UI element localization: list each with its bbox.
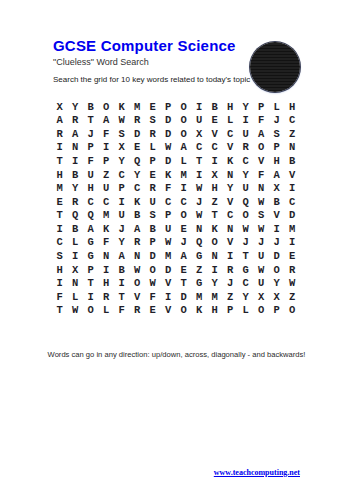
grid-cell: O [285, 304, 301, 318]
grid-cell: Y [68, 182, 84, 196]
grid-cell: D [285, 209, 301, 223]
grid-cell: T [114, 290, 130, 304]
grid-cell: E [52, 195, 68, 209]
grid-cell: E [145, 304, 161, 318]
grid-cell: W [192, 209, 208, 223]
grid-cell: C [238, 277, 254, 291]
grid-cell: Z [285, 290, 301, 304]
grid-cell: O [176, 209, 192, 223]
grid-cell: G [83, 236, 99, 250]
grid-cell: M [207, 290, 223, 304]
grid-cell: A [176, 141, 192, 155]
grid-cell: C [285, 114, 301, 128]
grid-cell: Y [207, 277, 223, 291]
grid-cell: O [99, 100, 115, 114]
grid-cell: I [52, 141, 68, 155]
grid-cell: I [285, 236, 301, 250]
grid-cell: S [254, 209, 270, 223]
grid-cell: R [130, 236, 146, 250]
grid-cell: F [161, 182, 177, 196]
page-subtitle: "Clueless" Word Search [53, 57, 149, 67]
grid-cell: C [223, 127, 239, 141]
grid-cell: B [68, 222, 84, 236]
grid-cell: B [114, 263, 130, 277]
grid-cell: Q [83, 209, 99, 223]
grid-cell: L [99, 304, 115, 318]
grid-cell: A [176, 250, 192, 264]
grid-cell: O [176, 304, 192, 318]
grid-cell: P [145, 236, 161, 250]
grid-cell: Q [130, 154, 146, 168]
grid-cell: H [223, 100, 239, 114]
grid-cell: G [192, 277, 208, 291]
grid-cell: P [223, 304, 239, 318]
grid-cell: N [68, 277, 84, 291]
grid-cell: Q [192, 236, 208, 250]
grid-cell: A [254, 127, 270, 141]
grid-cell: J [269, 236, 285, 250]
grid-cell: A [83, 222, 99, 236]
grid-cell: C [52, 236, 68, 250]
grid-cell: I [68, 250, 84, 264]
grid-cell: S [114, 127, 130, 141]
grid-cell: N [192, 222, 208, 236]
grid-cell: D [145, 250, 161, 264]
grid-cell: E [145, 168, 161, 182]
grid-cell: O [176, 127, 192, 141]
grid-cell: I [161, 290, 177, 304]
grid-cell: C [130, 182, 146, 196]
grid-cell: P [83, 263, 99, 277]
grid-cell: J [254, 236, 270, 250]
grid-cell: V [207, 127, 223, 141]
grid-cell: W [192, 182, 208, 196]
grid-cell: R [285, 263, 301, 277]
grid-cell: W [68, 304, 84, 318]
grid-cell: X [254, 290, 270, 304]
grid-cell: R [68, 195, 84, 209]
grid-cell: W [145, 277, 161, 291]
grid-cell: Y [238, 100, 254, 114]
grid-cell: E [130, 141, 146, 155]
grid-cell: S [269, 127, 285, 141]
grid-cell: W [130, 263, 146, 277]
grid-cell: Y [238, 168, 254, 182]
grid-cell: X [269, 182, 285, 196]
grid-cell: R [145, 182, 161, 196]
grid-cell: R [223, 263, 239, 277]
grid-cell: K [130, 195, 146, 209]
grid-cell: Q [68, 209, 84, 223]
grid-cell: B [83, 100, 99, 114]
grid-cell: P [254, 100, 270, 114]
grid-cell: K [192, 304, 208, 318]
grid-cell: G [192, 250, 208, 264]
grid-cell: E [145, 100, 161, 114]
grid-cell: V [223, 236, 239, 250]
grid-cell: Y [114, 154, 130, 168]
grid-cell: Y [68, 100, 84, 114]
grid-cell: Z [207, 195, 223, 209]
grid-cell: I [114, 195, 130, 209]
grid-cell: L [68, 290, 84, 304]
grid-cell: M [176, 168, 192, 182]
grid-cell: K [207, 222, 223, 236]
grid-cell: O [207, 236, 223, 250]
grid-cell: N [130, 250, 146, 264]
grid-cell: T [83, 114, 99, 128]
grid-cell: R [130, 304, 146, 318]
grid-cell: M [130, 100, 146, 114]
grid-cell: A [52, 114, 68, 128]
word-grid: XYBOKMEPOIBHYPLHARTAWRSDOUELIFJCRAJFSDRD… [52, 100, 300, 318]
grid-cell: T [192, 154, 208, 168]
grid-cell: V [223, 141, 239, 155]
grid-cell: R [68, 114, 84, 128]
grid-cell: U [254, 250, 270, 264]
grid-cell: Y [238, 290, 254, 304]
grid-cell: L [145, 141, 161, 155]
grid-cell: J [269, 114, 285, 128]
grid-cell: C [99, 195, 115, 209]
grid-cell: I [285, 182, 301, 196]
grid-cell: K [99, 222, 115, 236]
grid-cell: A [114, 250, 130, 264]
grid-cell: G [238, 263, 254, 277]
grid-cell: V [269, 209, 285, 223]
grid-cell: W [285, 277, 301, 291]
grid-cell: L [68, 236, 84, 250]
grid-cell: N [99, 250, 115, 264]
grid-cell: A [68, 127, 84, 141]
grid-cell: B [130, 209, 146, 223]
grid-cell: V [161, 277, 177, 291]
grid-cell: H [99, 277, 115, 291]
grid-cell: I [238, 114, 254, 128]
grid-cell: L [176, 154, 192, 168]
grid-cell: V [285, 168, 301, 182]
grid-cell: I [99, 141, 115, 155]
grid-cell: B [145, 222, 161, 236]
grid-cell: E [285, 250, 301, 264]
grid-cell: W [114, 114, 130, 128]
grid-cell: H [52, 263, 68, 277]
grid-cell: S [52, 250, 68, 264]
grid-cell: C [285, 195, 301, 209]
grid-cell: D [161, 114, 177, 128]
grid-cell: J [192, 195, 208, 209]
grid-cell: A [130, 222, 146, 236]
grid-cell: F [52, 290, 68, 304]
grid-cell: O [130, 277, 146, 291]
grid-cell: H [52, 168, 68, 182]
grid-cell: D [176, 290, 192, 304]
puzzle-instruction: Search the grid for 10 key words related… [53, 75, 250, 84]
grid-cell: D [161, 127, 177, 141]
grid-cell: J [83, 127, 99, 141]
grid-cell: I [207, 154, 223, 168]
grid-cell: F [99, 236, 115, 250]
website-link[interactable]: www.teachcomputing.net [214, 468, 300, 477]
grid-cell: F [99, 127, 115, 141]
grid-cell: J [114, 222, 130, 236]
grid-cell: X [52, 100, 68, 114]
grid-cell: N [223, 168, 239, 182]
grid-cell: K [161, 168, 177, 182]
grid-cell: O [176, 100, 192, 114]
grid-cell: X [269, 290, 285, 304]
grid-cell: I [52, 277, 68, 291]
grid-cell: R [130, 114, 146, 128]
grid-cell: S [145, 209, 161, 223]
grid-cell: I [192, 100, 208, 114]
grid-cell: R [238, 141, 254, 155]
grid-cell: Y [130, 168, 146, 182]
grid-cell: W [254, 195, 270, 209]
grid-cell: X [68, 263, 84, 277]
grid-cell: N [223, 222, 239, 236]
grid-cell: T [52, 304, 68, 318]
grid-cell: F [254, 168, 270, 182]
grid-cell: P [161, 209, 177, 223]
grid-cell: Q [238, 195, 254, 209]
grid-cell: P [114, 182, 130, 196]
grid-cell: U [254, 277, 270, 291]
grid-cell: U [99, 182, 115, 196]
grid-cell: I [269, 222, 285, 236]
grid-cell: Y [269, 277, 285, 291]
grid-cell: T [83, 277, 99, 291]
grid-cell: I [83, 290, 99, 304]
grid-cell: O [176, 114, 192, 128]
grid-cell: X [114, 141, 130, 155]
grid-cell: D [130, 127, 146, 141]
grid-cell: C [223, 209, 239, 223]
grid-cell: H [269, 154, 285, 168]
grid-cell: N [68, 141, 84, 155]
grid-cell: L [223, 114, 239, 128]
grid-cell: I [68, 154, 84, 168]
grid-cell: L [238, 304, 254, 318]
grid-cell: N [207, 250, 223, 264]
grid-cell: J [176, 236, 192, 250]
grid-cell: Y [114, 236, 130, 250]
grid-cell: N [285, 141, 301, 155]
grid-cell: H [207, 182, 223, 196]
grid-cell: U [145, 195, 161, 209]
grid-cell: P [269, 304, 285, 318]
grid-cell: Y [223, 182, 239, 196]
grid-cell: A [269, 168, 285, 182]
grid-cell: Z [192, 263, 208, 277]
grid-cell: R [145, 127, 161, 141]
grid-cell: W [161, 141, 177, 155]
grid-cell: I [99, 263, 115, 277]
grid-cell: T [238, 250, 254, 264]
grid-cell: C [161, 195, 177, 209]
grid-cell: X [192, 127, 208, 141]
grid-cell: C [83, 195, 99, 209]
grid-cell: H [285, 100, 301, 114]
grid-cell: W [161, 236, 177, 250]
grid-cell: V [254, 154, 270, 168]
grid-cell: F [114, 304, 130, 318]
grid-cell: S [145, 114, 161, 128]
grid-cell: O [238, 209, 254, 223]
grid-cell: C [238, 154, 254, 168]
page-title: GCSE Computer Science [53, 37, 236, 54]
grid-cell: J [223, 277, 239, 291]
grid-cell: E [176, 222, 192, 236]
grid-cell: E [207, 114, 223, 128]
grid-cell: A [99, 114, 115, 128]
grid-cell: K [114, 100, 130, 114]
grid-cell: M [285, 222, 301, 236]
grid-cell: X [207, 168, 223, 182]
grid-cell: C [207, 141, 223, 155]
grid-cell: U [238, 182, 254, 196]
grid-cell: V [223, 195, 239, 209]
worksheet-page: GCSE Computer Science "Clueless" Word Se… [0, 0, 353, 500]
grid-cell: V [130, 290, 146, 304]
grid-cell: U [238, 127, 254, 141]
grid-cell: D [269, 250, 285, 264]
grid-cell: U [192, 114, 208, 128]
grid-cell: C [176, 195, 192, 209]
grid-cell: M [192, 290, 208, 304]
grid-cell: U [114, 209, 130, 223]
grid-cell: B [285, 154, 301, 168]
grid-cell: I [207, 263, 223, 277]
grid-cell: P [99, 154, 115, 168]
grid-cell: T [52, 154, 68, 168]
grid-cell: P [161, 100, 177, 114]
grid-cell: F [83, 154, 99, 168]
grid-cell: K [223, 154, 239, 168]
grid-cell: B [68, 168, 84, 182]
grid-cell: M [161, 250, 177, 264]
grid-cell: H [207, 304, 223, 318]
grid-cell: J [238, 236, 254, 250]
grid-cell: L [269, 100, 285, 114]
grid-cell: T [176, 277, 192, 291]
grid-cell: U [161, 222, 177, 236]
grid-cell: N [254, 182, 270, 196]
grid-cell: I [223, 250, 239, 264]
grid-cell: Z [285, 127, 301, 141]
grid-cell: M [52, 182, 68, 196]
grid-cell: I [52, 222, 68, 236]
grid-cell: O [269, 263, 285, 277]
grid-cell: D [161, 263, 177, 277]
record-disc-image [250, 42, 300, 92]
grid-cell: Z [223, 290, 239, 304]
grid-cell: R [52, 127, 68, 141]
grid-cell: I [192, 168, 208, 182]
grid-cell: U [83, 168, 99, 182]
grid-cell: C [192, 141, 208, 155]
grid-cell: C [114, 168, 130, 182]
grid-cell: P [83, 141, 99, 155]
grid-cell: V [161, 304, 177, 318]
grid-cell: P [269, 141, 285, 155]
grid-cell: R [99, 290, 115, 304]
grid-cell: B [207, 100, 223, 114]
grid-cell: M [99, 209, 115, 223]
grid-cell: W [254, 222, 270, 236]
grid-cell: Z [99, 168, 115, 182]
grid-cell: F [254, 114, 270, 128]
direction-note: Words can go in any direction: up/down, … [0, 350, 353, 359]
grid-cell: H [83, 182, 99, 196]
grid-cell: I [176, 182, 192, 196]
grid-cell: W [238, 222, 254, 236]
grid-cell: O [145, 263, 161, 277]
grid-cell: O [83, 304, 99, 318]
grid-cell: F [145, 290, 161, 304]
grid-cell: W [254, 263, 270, 277]
grid-cell: O [254, 304, 270, 318]
grid-cell: I [114, 277, 130, 291]
grid-cell: D [161, 154, 177, 168]
grid-cell: P [145, 154, 161, 168]
grid-cell: B [269, 195, 285, 209]
grid-cell: E [176, 263, 192, 277]
grid-cell: O [254, 141, 270, 155]
grid-cell: G [83, 250, 99, 264]
grid-cell: T [52, 209, 68, 223]
grid-cell: T [207, 209, 223, 223]
